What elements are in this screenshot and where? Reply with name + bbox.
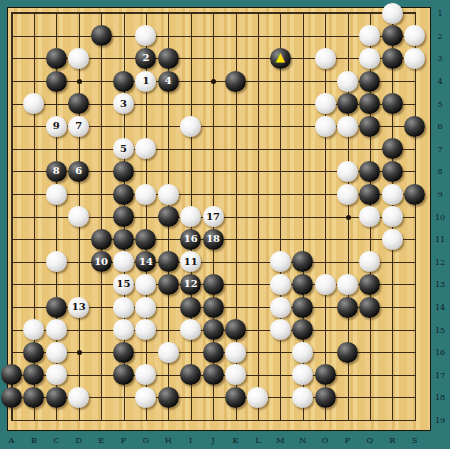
stone-white-P4[interactable] [337, 71, 358, 92]
stone-black-F11[interactable] [113, 229, 134, 250]
stone-black-F4[interactable] [113, 71, 134, 92]
column-label-Q: Q [367, 436, 374, 445]
stone-black-I14[interactable] [180, 297, 201, 318]
grid-line-vertical [325, 13, 326, 420]
move-number-label: 1 [142, 76, 149, 86]
stone-white-I6[interactable] [180, 116, 201, 137]
stone-black-C18[interactable] [46, 387, 67, 408]
row-label-9: 9 [437, 190, 442, 199]
stone-white-M15[interactable] [270, 319, 291, 340]
stone-black-H18[interactable] [158, 387, 179, 408]
row-label-14: 14 [435, 303, 445, 312]
stone-white-H9[interactable] [158, 184, 179, 205]
move-number-label: 17 [206, 212, 220, 222]
stone-white-O3[interactable] [315, 48, 336, 69]
stone-white-J10[interactable]: 17 [203, 206, 224, 227]
stone-black-N13[interactable] [292, 274, 313, 295]
move-number-label: 13 [72, 302, 86, 312]
row-label-2: 2 [437, 31, 442, 40]
stone-black-P14[interactable] [337, 297, 358, 318]
column-label-N: N [299, 436, 306, 445]
stone-black-C14[interactable] [46, 297, 67, 318]
row-label-13: 13 [435, 280, 445, 289]
stone-black-E11[interactable] [91, 229, 112, 250]
stone-black-C4[interactable] [46, 71, 67, 92]
stone-white-N16[interactable] [292, 342, 313, 363]
row-label-19: 19 [435, 416, 445, 425]
move-number-label: 10 [94, 257, 108, 267]
row-label-11: 11 [435, 235, 445, 244]
stone-black-R2[interactable] [382, 25, 403, 46]
stone-black-F8[interactable] [113, 161, 134, 182]
stone-black-R5[interactable] [382, 93, 403, 114]
stone-black-S9[interactable] [404, 184, 425, 205]
row-label-10: 10 [435, 212, 445, 221]
stone-black-E2[interactable] [91, 25, 112, 46]
stone-white-G14[interactable] [135, 297, 156, 318]
go-board[interactable]: 2▲14397586171618101411151213 ABCDEFGHIJK… [0, 0, 450, 449]
column-label-L: L [255, 436, 260, 445]
column-label-I: I [189, 436, 192, 445]
row-label-6: 6 [437, 122, 442, 131]
move-number-label: 7 [75, 121, 82, 131]
move-number-label: 15 [117, 279, 131, 289]
stone-black-J16[interactable] [203, 342, 224, 363]
row-label-7: 7 [437, 144, 442, 153]
stone-black-I13[interactable]: 12 [180, 274, 201, 295]
row-label-5: 5 [437, 99, 442, 108]
move-number-label: 6 [75, 166, 82, 176]
stone-black-M3[interactable]: ▲ [270, 48, 291, 69]
stone-white-G4[interactable]: 1 [135, 71, 156, 92]
stone-white-P9[interactable] [337, 184, 358, 205]
stone-black-D8[interactable]: 6 [68, 161, 89, 182]
stone-black-N14[interactable] [292, 297, 313, 318]
row-label-15: 15 [435, 325, 445, 334]
column-label-A: A [9, 436, 15, 445]
stone-white-P8[interactable] [337, 161, 358, 182]
column-label-M: M [276, 436, 284, 445]
column-label-P: P [345, 436, 350, 445]
stone-black-K4[interactable] [225, 71, 246, 92]
stone-black-J11[interactable]: 18 [203, 229, 224, 250]
stone-black-J17[interactable] [203, 364, 224, 385]
row-label-8: 8 [437, 167, 442, 176]
move-number-label: 14 [139, 257, 153, 267]
stone-white-D3[interactable] [68, 48, 89, 69]
grid-line-horizontal [12, 420, 415, 421]
row-label-1: 1 [437, 9, 442, 18]
stone-white-O5[interactable] [315, 93, 336, 114]
row-label-4: 4 [437, 77, 442, 86]
stone-black-R7[interactable] [382, 138, 403, 159]
triangle-mark-icon: ▲ [276, 51, 285, 63]
column-label-R: R [389, 436, 395, 445]
stone-white-R1[interactable] [382, 3, 403, 24]
move-number-label: 5 [120, 144, 127, 154]
stone-black-G11[interactable] [135, 229, 156, 250]
row-label-18: 18 [435, 393, 445, 402]
stone-black-Q9[interactable] [359, 184, 380, 205]
stone-white-C12[interactable] [46, 251, 67, 272]
column-label-C: C [53, 436, 59, 445]
stone-white-C15[interactable] [46, 319, 67, 340]
stone-white-C9[interactable] [46, 184, 67, 205]
stone-black-H12[interactable] [158, 251, 179, 272]
move-number-label: 4 [165, 76, 172, 86]
star-point-D4 [77, 79, 82, 84]
star-point-P10 [346, 215, 351, 220]
grid-line-vertical [280, 13, 281, 420]
stone-black-Q4[interactable] [359, 71, 380, 92]
move-number-label: 12 [184, 279, 198, 289]
stone-white-C6[interactable]: 9 [46, 116, 67, 137]
stone-black-R3[interactable] [382, 48, 403, 69]
stone-black-F9[interactable] [113, 184, 134, 205]
move-number-label: 2 [142, 53, 149, 63]
column-label-H: H [165, 436, 172, 445]
star-point-D16 [77, 350, 82, 355]
stone-black-K18[interactable] [225, 387, 246, 408]
stone-white-P13[interactable] [337, 274, 358, 295]
stone-white-M13[interactable] [270, 274, 291, 295]
stone-white-F13[interactable]: 15 [113, 274, 134, 295]
stone-black-H13[interactable] [158, 274, 179, 295]
stone-black-H10[interactable] [158, 206, 179, 227]
grid-line-vertical [258, 13, 259, 420]
column-label-J: J [211, 436, 214, 445]
stone-white-R9[interactable] [382, 184, 403, 205]
stone-black-O17[interactable] [315, 364, 336, 385]
stone-black-H4[interactable]: 4 [158, 71, 179, 92]
stone-black-Q6[interactable] [359, 116, 380, 137]
stone-black-C3[interactable] [46, 48, 67, 69]
stone-white-S3[interactable] [404, 48, 425, 69]
stone-white-P6[interactable] [337, 116, 358, 137]
stone-black-P5[interactable] [337, 93, 358, 114]
stone-black-O18[interactable] [315, 387, 336, 408]
grid-line-horizontal [12, 262, 415, 263]
stone-white-R11[interactable] [382, 229, 403, 250]
stone-white-C16[interactable] [46, 342, 67, 363]
stone-white-C17[interactable] [46, 364, 67, 385]
stone-white-D18[interactable] [68, 387, 89, 408]
stone-black-J13[interactable] [203, 274, 224, 295]
column-label-E: E [98, 436, 104, 445]
row-label-3: 3 [437, 54, 442, 63]
stone-black-E12[interactable]: 10 [91, 251, 112, 272]
stone-black-F16[interactable] [113, 342, 134, 363]
stone-black-H3[interactable] [158, 48, 179, 69]
stone-white-M14[interactable] [270, 297, 291, 318]
stone-white-D6[interactable]: 7 [68, 116, 89, 137]
stone-white-K16[interactable] [225, 342, 246, 363]
stone-black-K15[interactable] [225, 319, 246, 340]
stone-black-A18[interactable] [1, 387, 22, 408]
column-label-S: S [412, 436, 417, 445]
stone-black-C8[interactable]: 8 [46, 161, 67, 182]
column-label-B: B [31, 436, 37, 445]
stone-black-S6[interactable] [404, 116, 425, 137]
stone-white-D14[interactable]: 13 [68, 297, 89, 318]
row-label-12: 12 [435, 257, 445, 266]
column-label-O: O [322, 436, 329, 445]
column-label-D: D [75, 436, 81, 445]
stone-black-J14[interactable] [203, 297, 224, 318]
column-label-G: G [143, 436, 149, 445]
stone-black-I11[interactable]: 16 [180, 229, 201, 250]
stone-white-O13[interactable] [315, 274, 336, 295]
stone-white-M12[interactable] [270, 251, 291, 272]
stone-black-F10[interactable] [113, 206, 134, 227]
stone-black-Q14[interactable] [359, 297, 380, 318]
stone-white-F5[interactable]: 3 [113, 93, 134, 114]
stone-black-R8[interactable] [382, 161, 403, 182]
move-number-label: 3 [120, 99, 127, 109]
move-number-label: 11 [184, 257, 198, 267]
move-number-label: 9 [53, 121, 60, 131]
stone-white-O6[interactable] [315, 116, 336, 137]
row-label-16: 16 [435, 348, 445, 357]
column-label-F: F [121, 436, 127, 445]
stone-white-R10[interactable] [382, 206, 403, 227]
move-number-label: 18 [206, 234, 220, 244]
stone-white-H16[interactable] [158, 342, 179, 363]
stone-white-N18[interactable] [292, 387, 313, 408]
column-label-K: K [233, 436, 239, 445]
row-label-17: 17 [435, 370, 445, 379]
stone-black-B16[interactable] [23, 342, 44, 363]
stone-white-F14[interactable] [113, 297, 134, 318]
stone-black-J15[interactable] [203, 319, 224, 340]
stone-white-F15[interactable] [113, 319, 134, 340]
stone-white-G9[interactable] [135, 184, 156, 205]
move-number-label: 16 [184, 234, 198, 244]
grid-line-vertical [415, 13, 416, 420]
stone-black-P16[interactable] [337, 342, 358, 363]
move-number-label: 8 [53, 166, 60, 176]
